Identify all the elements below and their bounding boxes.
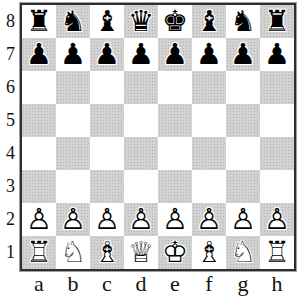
square-f4[interactable]	[192, 137, 226, 170]
square-h7[interactable]: ♟	[260, 38, 294, 71]
white-pawn-icon: ♙	[230, 202, 256, 236]
piece-black-pawn-c7[interactable]: ♟	[90, 38, 124, 71]
square-e7[interactable]: ♟	[158, 38, 192, 71]
square-d4[interactable]	[124, 137, 158, 170]
square-d1[interactable]: ♛♕	[124, 236, 158, 269]
square-g1[interactable]: ♞♘	[226, 236, 260, 269]
square-b6[interactable]	[56, 71, 90, 104]
piece-black-pawn-f7[interactable]: ♟	[192, 38, 226, 71]
square-b8[interactable]: ♞	[56, 5, 90, 38]
rank-label-2: 2	[0, 203, 18, 236]
piece-black-pawn-b7[interactable]: ♟	[56, 38, 90, 71]
piece-white-pawn-e2[interactable]: ♟♙	[158, 203, 192, 236]
rank-label-6: 6	[0, 71, 18, 104]
square-h6[interactable]	[260, 71, 294, 104]
square-f8[interactable]: ♝	[192, 5, 226, 38]
piece-black-pawn-d7[interactable]: ♟	[124, 38, 158, 71]
white-knight-icon: ♘	[230, 235, 256, 269]
square-c3[interactable]	[90, 170, 124, 203]
black-knight-icon: ♞	[230, 4, 256, 38]
white-queen-icon: ♕	[128, 235, 154, 269]
square-g4[interactable]	[226, 137, 260, 170]
file-label-b: b	[56, 270, 90, 298]
square-e8[interactable]: ♚	[158, 5, 192, 38]
square-g6[interactable]	[226, 71, 260, 104]
piece-white-pawn-c2[interactable]: ♟♙	[90, 203, 124, 236]
square-b3[interactable]	[56, 170, 90, 203]
black-pawn-icon: ♟	[26, 37, 52, 71]
rank-label-3: 3	[0, 170, 18, 203]
white-bishop-icon: ♗	[196, 235, 222, 269]
file-label-e: e	[158, 270, 192, 298]
square-h3[interactable]	[260, 170, 294, 203]
white-pawn-icon: ♙	[26, 202, 52, 236]
file-label-g: g	[226, 270, 260, 298]
black-rook-icon: ♜	[26, 4, 52, 38]
piece-white-pawn-a2[interactable]: ♟♙	[22, 203, 56, 236]
square-d3[interactable]	[124, 170, 158, 203]
rank-label-8: 8	[0, 5, 18, 38]
square-b4[interactable]	[56, 137, 90, 170]
piece-white-pawn-g2[interactable]: ♟♙	[226, 203, 260, 236]
square-a2[interactable]: ♟♙	[22, 203, 56, 236]
file-label-f: f	[192, 270, 226, 298]
square-d5[interactable]	[124, 104, 158, 137]
square-g3[interactable]	[226, 170, 260, 203]
file-label-a: a	[22, 270, 56, 298]
square-a5[interactable]	[22, 104, 56, 137]
white-knight-icon: ♘	[60, 235, 86, 269]
square-g2[interactable]: ♟♙	[226, 203, 260, 236]
square-a4[interactable]	[22, 137, 56, 170]
piece-white-pawn-f2[interactable]: ♟♙	[192, 203, 226, 236]
square-h5[interactable]	[260, 104, 294, 137]
black-bishop-icon: ♝	[94, 4, 120, 38]
square-b7[interactable]: ♟	[56, 38, 90, 71]
piece-black-bishop-f8[interactable]: ♝	[192, 5, 226, 38]
square-c1[interactable]: ♝♗	[90, 236, 124, 269]
rank-label-4: 4	[0, 137, 18, 170]
piece-black-pawn-a7[interactable]: ♟	[22, 38, 56, 71]
black-pawn-icon: ♟	[128, 37, 154, 71]
black-rook-icon: ♜	[264, 4, 290, 38]
piece-white-king-e1[interactable]: ♚♔	[158, 236, 192, 269]
square-b2[interactable]: ♟♙	[56, 203, 90, 236]
square-h2[interactable]: ♟♙	[260, 203, 294, 236]
square-a3[interactable]	[22, 170, 56, 203]
piece-black-king-e8[interactable]: ♚	[158, 5, 192, 38]
piece-white-pawn-d2[interactable]: ♟♙	[124, 203, 158, 236]
square-f7[interactable]: ♟	[192, 38, 226, 71]
square-f3[interactable]	[192, 170, 226, 203]
chess-board[interactable]: ♜♞♝♛♚♝♞♜♟♟♟♟♟♟♟♟♟♙♟♙♟♙♟♙♟♙♟♙♟♙♟♙♜♖♞♘♝♗♛♕…	[20, 3, 296, 271]
square-e5[interactable]	[158, 104, 192, 137]
piece-white-pawn-b2[interactable]: ♟♙	[56, 203, 90, 236]
square-d6[interactable]	[124, 71, 158, 104]
rank-label-5: 5	[0, 104, 18, 137]
black-king-icon: ♚	[162, 4, 188, 38]
piece-white-rook-a1[interactable]: ♜♖	[22, 236, 56, 269]
square-b5[interactable]	[56, 104, 90, 137]
black-queen-icon: ♛	[128, 4, 154, 38]
square-g5[interactable]	[226, 104, 260, 137]
square-e1[interactable]: ♚♔	[158, 236, 192, 269]
file-labels: abcdefgh	[22, 270, 294, 298]
black-pawn-icon: ♟	[196, 37, 222, 71]
square-e3[interactable]	[158, 170, 192, 203]
piece-black-queen-d8[interactable]: ♛	[124, 5, 158, 38]
square-f2[interactable]: ♟♙	[192, 203, 226, 236]
square-c8[interactable]: ♝	[90, 5, 124, 38]
black-knight-icon: ♞	[60, 4, 86, 38]
piece-black-pawn-h7[interactable]: ♟	[260, 38, 294, 71]
square-d7[interactable]: ♟	[124, 38, 158, 71]
piece-black-knight-b8[interactable]: ♞	[56, 5, 90, 38]
piece-black-knight-g8[interactable]: ♞	[226, 5, 260, 38]
square-f1[interactable]: ♝♗	[192, 236, 226, 269]
square-c5[interactable]	[90, 104, 124, 137]
square-e6[interactable]	[158, 71, 192, 104]
white-pawn-icon: ♙	[128, 202, 154, 236]
white-pawn-icon: ♙	[264, 202, 290, 236]
square-a6[interactable]	[22, 71, 56, 104]
piece-white-queen-d1[interactable]: ♛♕	[124, 236, 158, 269]
piece-white-pawn-h2[interactable]: ♟♙	[260, 203, 294, 236]
white-rook-icon: ♖	[264, 235, 290, 269]
square-c7[interactable]: ♟	[90, 38, 124, 71]
piece-white-bishop-c1[interactable]: ♝♗	[90, 236, 124, 269]
white-rook-icon: ♖	[26, 235, 52, 269]
white-pawn-icon: ♙	[162, 202, 188, 236]
white-pawn-icon: ♙	[94, 202, 120, 236]
square-d2[interactable]: ♟♙	[124, 203, 158, 236]
white-bishop-icon: ♗	[94, 235, 120, 269]
piece-white-knight-b1[interactable]: ♞♘	[56, 236, 90, 269]
black-pawn-icon: ♟	[264, 37, 290, 71]
white-pawn-icon: ♙	[196, 202, 222, 236]
piece-white-bishop-f1[interactable]: ♝♗	[192, 236, 226, 269]
file-label-h: h	[260, 270, 294, 298]
piece-white-knight-g1[interactable]: ♞♘	[226, 236, 260, 269]
square-f6[interactable]	[192, 71, 226, 104]
square-b1[interactable]: ♞♘	[56, 236, 90, 269]
black-pawn-icon: ♟	[230, 37, 256, 71]
square-f5[interactable]	[192, 104, 226, 137]
square-a8[interactable]: ♜	[22, 5, 56, 38]
piece-black-pawn-e7[interactable]: ♟	[158, 38, 192, 71]
square-h1[interactable]: ♜♖	[260, 236, 294, 269]
square-c6[interactable]	[90, 71, 124, 104]
black-pawn-icon: ♟	[60, 37, 86, 71]
file-label-c: c	[90, 270, 124, 298]
square-a7[interactable]: ♟	[22, 38, 56, 71]
piece-black-bishop-c8[interactable]: ♝	[90, 5, 124, 38]
white-king-icon: ♔	[162, 235, 188, 269]
square-e2[interactable]: ♟♙	[158, 203, 192, 236]
chess-diagram: 87654321 ♜♞♝♛♚♝♞♜♟♟♟♟♟♟♟♟♟♙♟♙♟♙♟♙♟♙♟♙♟♙♟…	[0, 0, 300, 300]
black-bishop-icon: ♝	[196, 4, 222, 38]
square-d8[interactable]: ♛	[124, 5, 158, 38]
black-pawn-icon: ♟	[162, 37, 188, 71]
square-g8[interactable]: ♞	[226, 5, 260, 38]
file-label-d: d	[124, 270, 158, 298]
square-a1[interactable]: ♜♖	[22, 236, 56, 269]
rank-label-7: 7	[0, 38, 18, 71]
square-h4[interactable]	[260, 137, 294, 170]
piece-black-pawn-g7[interactable]: ♟	[226, 38, 260, 71]
black-pawn-icon: ♟	[94, 37, 120, 71]
square-e4[interactable]	[158, 137, 192, 170]
piece-white-rook-h1[interactable]: ♜♖	[260, 236, 294, 269]
rank-labels: 87654321	[0, 5, 18, 269]
rank-label-1: 1	[0, 236, 18, 269]
square-h8[interactable]: ♜	[260, 5, 294, 38]
square-c4[interactable]	[90, 137, 124, 170]
square-g7[interactable]: ♟	[226, 38, 260, 71]
white-pawn-icon: ♙	[60, 202, 86, 236]
piece-black-rook-a8[interactable]: ♜	[22, 5, 56, 38]
square-c2[interactable]: ♟♙	[90, 203, 124, 236]
piece-black-rook-h8[interactable]: ♜	[260, 5, 294, 38]
